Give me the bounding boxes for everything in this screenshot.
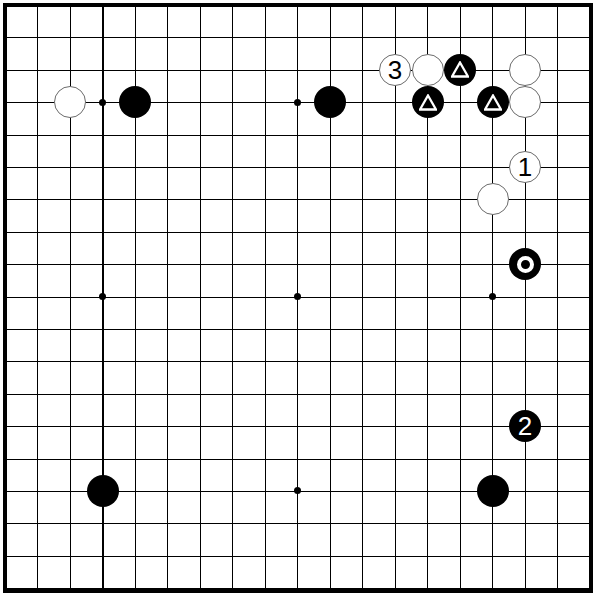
stone-black-L16[interactable] xyxy=(314,86,346,118)
circle-mark-icon xyxy=(517,256,534,273)
triangle-mark-icon xyxy=(419,94,437,111)
stone-black-Q4[interactable] xyxy=(477,475,509,507)
go-board[interactable]: 312 xyxy=(0,0,597,594)
stone-black-Q16[interactable] xyxy=(477,86,509,118)
star-point xyxy=(294,293,301,300)
stone-black-D4[interactable] xyxy=(87,475,119,507)
stone-black-R6[interactable]: 2 xyxy=(509,410,541,442)
star-point xyxy=(489,293,496,300)
move-number-label: 2 xyxy=(518,413,532,439)
stone-white-R17[interactable] xyxy=(509,54,541,86)
star-point xyxy=(294,99,301,106)
triangle-mark-icon xyxy=(451,61,469,78)
move-number-label: 1 xyxy=(518,154,532,180)
triangle-mark-icon xyxy=(484,94,502,111)
star-point xyxy=(294,487,301,494)
stone-white-O17[interactable] xyxy=(412,54,444,86)
star-point xyxy=(99,99,106,106)
stone-white-C16[interactable] xyxy=(54,86,86,118)
stone-black-R11[interactable] xyxy=(509,248,541,280)
board-grid: 312 xyxy=(0,0,597,594)
stone-black-P17[interactable] xyxy=(444,54,476,86)
stone-black-O16[interactable] xyxy=(412,86,444,118)
stone-white-N17[interactable]: 3 xyxy=(379,54,411,86)
stone-white-R16[interactable] xyxy=(509,86,541,118)
stone-white-R14[interactable]: 1 xyxy=(509,151,541,183)
stone-black-E16[interactable] xyxy=(119,86,151,118)
stone-white-Q13[interactable] xyxy=(477,183,509,215)
star-point xyxy=(99,293,106,300)
move-number-label: 3 xyxy=(388,57,402,83)
